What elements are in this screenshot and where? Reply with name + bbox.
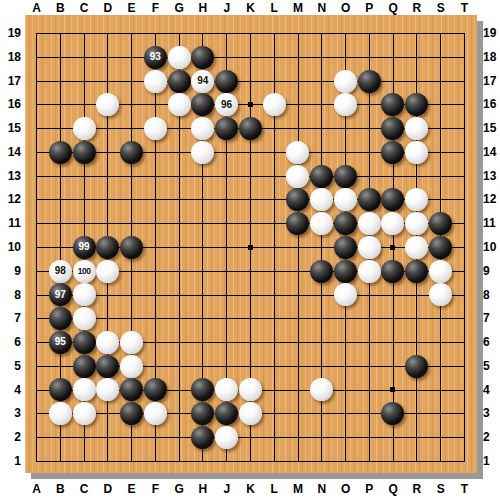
intersection-G4[interactable] <box>167 378 191 402</box>
intersection-J1[interactable] <box>215 449 239 473</box>
intersection-F12[interactable] <box>143 188 167 212</box>
intersection-S13[interactable] <box>429 164 453 188</box>
intersection-N11[interactable] <box>310 212 334 236</box>
intersection-H6[interactable] <box>191 331 215 355</box>
intersection-K2[interactable] <box>239 426 263 450</box>
intersection-Q10[interactable] <box>381 236 405 260</box>
intersection-O11[interactable] <box>334 212 358 236</box>
intersection-D8[interactable] <box>96 283 120 307</box>
intersection-C6[interactable] <box>72 331 96 355</box>
intersection-R5[interactable] <box>405 354 429 378</box>
intersection-Q18[interactable] <box>381 45 405 69</box>
intersection-P4[interactable] <box>357 378 381 402</box>
intersection-P3[interactable] <box>357 402 381 426</box>
intersection-D1[interactable] <box>96 449 120 473</box>
intersection-H1[interactable] <box>191 449 215 473</box>
intersection-D13[interactable] <box>96 164 120 188</box>
intersection-A3[interactable] <box>25 402 49 426</box>
intersection-T5[interactable] <box>452 354 476 378</box>
intersection-O1[interactable] <box>334 449 358 473</box>
intersection-A19[interactable] <box>25 22 49 46</box>
intersection-F1[interactable] <box>143 449 167 473</box>
intersection-E8[interactable] <box>120 283 144 307</box>
intersection-J7[interactable] <box>215 307 239 331</box>
intersection-J6[interactable] <box>215 331 239 355</box>
intersection-Q2[interactable] <box>381 426 405 450</box>
intersection-C14[interactable] <box>72 140 96 164</box>
intersection-N3[interactable] <box>310 402 334 426</box>
intersection-A15[interactable] <box>25 117 49 141</box>
intersection-C12[interactable] <box>72 188 96 212</box>
intersection-B13[interactable] <box>48 164 72 188</box>
intersection-L15[interactable] <box>262 117 286 141</box>
intersection-P17[interactable] <box>357 69 381 93</box>
intersection-L13[interactable] <box>262 164 286 188</box>
intersection-E16[interactable] <box>120 93 144 117</box>
intersection-R12[interactable] <box>405 188 429 212</box>
intersection-K5[interactable] <box>239 354 263 378</box>
intersection-M5[interactable] <box>286 354 310 378</box>
intersection-C3[interactable] <box>72 402 96 426</box>
intersection-Q13[interactable] <box>381 164 405 188</box>
intersection-Q7[interactable] <box>381 307 405 331</box>
intersection-C17[interactable] <box>72 69 96 93</box>
intersection-F19[interactable] <box>143 22 167 46</box>
intersection-S19[interactable] <box>429 22 453 46</box>
intersection-L3[interactable] <box>262 402 286 426</box>
intersection-O13[interactable] <box>334 164 358 188</box>
intersection-N12[interactable] <box>310 188 334 212</box>
intersection-M3[interactable] <box>286 402 310 426</box>
intersection-T1[interactable] <box>452 449 476 473</box>
intersection-E9[interactable] <box>120 259 144 283</box>
intersection-C11[interactable] <box>72 212 96 236</box>
intersection-P6[interactable] <box>357 331 381 355</box>
intersection-B3[interactable] <box>48 402 72 426</box>
intersection-E1[interactable] <box>120 449 144 473</box>
intersection-L9[interactable] <box>262 259 286 283</box>
intersection-S12[interactable] <box>429 188 453 212</box>
intersection-N5[interactable] <box>310 354 334 378</box>
intersection-H2[interactable] <box>191 426 215 450</box>
intersection-R14[interactable] <box>405 140 429 164</box>
intersection-S15[interactable] <box>429 117 453 141</box>
intersection-R8[interactable] <box>405 283 429 307</box>
intersection-L18[interactable] <box>262 45 286 69</box>
intersection-S8[interactable] <box>429 283 453 307</box>
intersection-Q3[interactable] <box>381 402 405 426</box>
intersection-J13[interactable] <box>215 164 239 188</box>
intersection-S10[interactable] <box>429 236 453 260</box>
intersection-H13[interactable] <box>191 164 215 188</box>
intersection-J5[interactable] <box>215 354 239 378</box>
intersection-K16[interactable] <box>239 93 263 117</box>
intersection-K19[interactable] <box>239 22 263 46</box>
intersection-T14[interactable] <box>452 140 476 164</box>
intersection-K10[interactable] <box>239 236 263 260</box>
intersection-T10[interactable] <box>452 236 476 260</box>
intersection-M9[interactable] <box>286 259 310 283</box>
intersection-C5[interactable] <box>72 354 96 378</box>
intersection-F7[interactable] <box>143 307 167 331</box>
intersection-J19[interactable] <box>215 22 239 46</box>
intersection-H15[interactable] <box>191 117 215 141</box>
intersection-T15[interactable] <box>452 117 476 141</box>
intersection-D6[interactable] <box>96 331 120 355</box>
intersection-K7[interactable] <box>239 307 263 331</box>
intersection-F11[interactable] <box>143 212 167 236</box>
intersection-O2[interactable] <box>334 426 358 450</box>
intersection-E15[interactable] <box>120 117 144 141</box>
intersection-J8[interactable] <box>215 283 239 307</box>
intersection-C15[interactable] <box>72 117 96 141</box>
intersection-L4[interactable] <box>262 378 286 402</box>
intersection-A14[interactable] <box>25 140 49 164</box>
intersection-R13[interactable] <box>405 164 429 188</box>
intersection-T2[interactable] <box>452 426 476 450</box>
intersection-N15[interactable] <box>310 117 334 141</box>
intersection-M15[interactable] <box>286 117 310 141</box>
intersection-E19[interactable] <box>120 22 144 46</box>
intersection-P13[interactable] <box>357 164 381 188</box>
intersection-S11[interactable] <box>429 212 453 236</box>
intersection-S3[interactable] <box>429 402 453 426</box>
intersection-B14[interactable] <box>48 140 72 164</box>
intersection-R16[interactable] <box>405 93 429 117</box>
intersection-M2[interactable] <box>286 426 310 450</box>
intersection-O12[interactable] <box>334 188 358 212</box>
intersection-Q15[interactable] <box>381 117 405 141</box>
intersection-Q5[interactable] <box>381 354 405 378</box>
intersection-B11[interactable] <box>48 212 72 236</box>
intersection-G11[interactable] <box>167 212 191 236</box>
intersection-B5[interactable] <box>48 354 72 378</box>
intersection-G3[interactable] <box>167 402 191 426</box>
intersection-K6[interactable] <box>239 331 263 355</box>
intersection-C2[interactable] <box>72 426 96 450</box>
intersection-E3[interactable] <box>120 402 144 426</box>
intersection-Q9[interactable] <box>381 259 405 283</box>
intersection-M12[interactable] <box>286 188 310 212</box>
intersection-F16[interactable] <box>143 93 167 117</box>
intersection-G9[interactable] <box>167 259 191 283</box>
intersection-B1[interactable] <box>48 449 72 473</box>
intersection-C18[interactable] <box>72 45 96 69</box>
intersection-B8[interactable]: 97 <box>48 283 72 307</box>
intersection-S9[interactable] <box>429 259 453 283</box>
intersection-N14[interactable] <box>310 140 334 164</box>
intersection-E11[interactable] <box>120 212 144 236</box>
intersection-M7[interactable] <box>286 307 310 331</box>
intersection-P12[interactable] <box>357 188 381 212</box>
intersection-P5[interactable] <box>357 354 381 378</box>
intersection-Q4[interactable] <box>381 378 405 402</box>
intersection-M1[interactable] <box>286 449 310 473</box>
intersection-J10[interactable] <box>215 236 239 260</box>
intersection-P9[interactable] <box>357 259 381 283</box>
intersection-K14[interactable] <box>239 140 263 164</box>
intersection-N6[interactable] <box>310 331 334 355</box>
intersection-F3[interactable] <box>143 402 167 426</box>
intersection-E5[interactable] <box>120 354 144 378</box>
intersection-J16[interactable]: 96 <box>215 93 239 117</box>
intersection-L12[interactable] <box>262 188 286 212</box>
intersection-M19[interactable] <box>286 22 310 46</box>
intersection-E10[interactable] <box>120 236 144 260</box>
intersection-O5[interactable] <box>334 354 358 378</box>
intersection-L17[interactable] <box>262 69 286 93</box>
intersection-G7[interactable] <box>167 307 191 331</box>
intersection-H4[interactable] <box>191 378 215 402</box>
intersection-B16[interactable] <box>48 93 72 117</box>
intersection-F6[interactable] <box>143 331 167 355</box>
intersection-R6[interactable] <box>405 331 429 355</box>
intersection-G6[interactable] <box>167 331 191 355</box>
intersection-D10[interactable] <box>96 236 120 260</box>
intersection-S14[interactable] <box>429 140 453 164</box>
intersection-C7[interactable] <box>72 307 96 331</box>
intersection-B12[interactable] <box>48 188 72 212</box>
intersection-T4[interactable] <box>452 378 476 402</box>
intersection-G13[interactable] <box>167 164 191 188</box>
intersection-K8[interactable] <box>239 283 263 307</box>
intersection-T19[interactable] <box>452 22 476 46</box>
intersection-F13[interactable] <box>143 164 167 188</box>
intersection-A4[interactable] <box>25 378 49 402</box>
intersection-A2[interactable] <box>25 426 49 450</box>
intersection-C8[interactable] <box>72 283 96 307</box>
intersection-P7[interactable] <box>357 307 381 331</box>
intersection-E12[interactable] <box>120 188 144 212</box>
intersection-A11[interactable] <box>25 212 49 236</box>
intersection-N13[interactable] <box>310 164 334 188</box>
intersection-O10[interactable] <box>334 236 358 260</box>
intersection-F10[interactable] <box>143 236 167 260</box>
intersection-K12[interactable] <box>239 188 263 212</box>
intersection-D14[interactable] <box>96 140 120 164</box>
intersection-R11[interactable] <box>405 212 429 236</box>
intersection-C16[interactable] <box>72 93 96 117</box>
intersection-C19[interactable] <box>72 22 96 46</box>
intersection-O6[interactable] <box>334 331 358 355</box>
intersection-O16[interactable] <box>334 93 358 117</box>
intersection-R10[interactable] <box>405 236 429 260</box>
intersection-M10[interactable] <box>286 236 310 260</box>
intersection-D9[interactable] <box>96 259 120 283</box>
intersection-A10[interactable] <box>25 236 49 260</box>
intersection-L19[interactable] <box>262 22 286 46</box>
intersection-N10[interactable] <box>310 236 334 260</box>
intersection-Q12[interactable] <box>381 188 405 212</box>
intersection-S16[interactable] <box>429 93 453 117</box>
intersection-S17[interactable] <box>429 69 453 93</box>
intersection-A5[interactable] <box>25 354 49 378</box>
intersection-T17[interactable] <box>452 69 476 93</box>
intersection-H18[interactable] <box>191 45 215 69</box>
intersection-J11[interactable] <box>215 212 239 236</box>
intersection-L8[interactable] <box>262 283 286 307</box>
intersection-L10[interactable] <box>262 236 286 260</box>
intersection-G14[interactable] <box>167 140 191 164</box>
intersection-T7[interactable] <box>452 307 476 331</box>
intersection-T6[interactable] <box>452 331 476 355</box>
intersection-A8[interactable] <box>25 283 49 307</box>
intersection-P15[interactable] <box>357 117 381 141</box>
intersection-A18[interactable] <box>25 45 49 69</box>
intersection-J2[interactable] <box>215 426 239 450</box>
intersection-L5[interactable] <box>262 354 286 378</box>
intersection-Q8[interactable] <box>381 283 405 307</box>
intersection-F14[interactable] <box>143 140 167 164</box>
intersection-N7[interactable] <box>310 307 334 331</box>
intersection-N4[interactable] <box>310 378 334 402</box>
intersection-N8[interactable] <box>310 283 334 307</box>
intersection-Q14[interactable] <box>381 140 405 164</box>
intersection-M14[interactable] <box>286 140 310 164</box>
intersection-H7[interactable] <box>191 307 215 331</box>
intersection-J17[interactable] <box>215 69 239 93</box>
intersection-R4[interactable] <box>405 378 429 402</box>
intersection-A9[interactable] <box>25 259 49 283</box>
intersection-N9[interactable] <box>310 259 334 283</box>
intersection-R1[interactable] <box>405 449 429 473</box>
intersection-E2[interactable] <box>120 426 144 450</box>
intersection-H3[interactable] <box>191 402 215 426</box>
intersection-K9[interactable] <box>239 259 263 283</box>
intersection-K11[interactable] <box>239 212 263 236</box>
intersection-K1[interactable] <box>239 449 263 473</box>
intersection-L2[interactable] <box>262 426 286 450</box>
intersection-J4[interactable] <box>215 378 239 402</box>
intersection-P18[interactable] <box>357 45 381 69</box>
intersection-O17[interactable] <box>334 69 358 93</box>
intersection-F18[interactable]: 93 <box>143 45 167 69</box>
intersection-T3[interactable] <box>452 402 476 426</box>
intersection-D12[interactable] <box>96 188 120 212</box>
intersection-O4[interactable] <box>334 378 358 402</box>
intersection-M6[interactable] <box>286 331 310 355</box>
intersection-O8[interactable] <box>334 283 358 307</box>
intersection-B9[interactable]: 98 <box>48 259 72 283</box>
intersection-P2[interactable] <box>357 426 381 450</box>
intersection-O18[interactable] <box>334 45 358 69</box>
intersection-B6[interactable]: 95 <box>48 331 72 355</box>
intersection-S4[interactable] <box>429 378 453 402</box>
intersection-S18[interactable] <box>429 45 453 69</box>
intersection-S5[interactable] <box>429 354 453 378</box>
intersection-Q6[interactable] <box>381 331 405 355</box>
intersection-G12[interactable] <box>167 188 191 212</box>
intersection-B2[interactable] <box>48 426 72 450</box>
intersection-L16[interactable] <box>262 93 286 117</box>
intersection-M13[interactable] <box>286 164 310 188</box>
intersection-R9[interactable] <box>405 259 429 283</box>
intersection-D19[interactable] <box>96 22 120 46</box>
intersection-J9[interactable] <box>215 259 239 283</box>
intersection-K4[interactable] <box>239 378 263 402</box>
intersection-T16[interactable] <box>452 93 476 117</box>
intersection-K3[interactable] <box>239 402 263 426</box>
intersection-G10[interactable] <box>167 236 191 260</box>
intersection-E18[interactable] <box>120 45 144 69</box>
intersection-L7[interactable] <box>262 307 286 331</box>
intersection-M8[interactable] <box>286 283 310 307</box>
intersection-H8[interactable] <box>191 283 215 307</box>
intersection-O7[interactable] <box>334 307 358 331</box>
intersection-O3[interactable] <box>334 402 358 426</box>
intersection-G1[interactable] <box>167 449 191 473</box>
intersection-T12[interactable] <box>452 188 476 212</box>
intersection-B7[interactable] <box>48 307 72 331</box>
intersection-D17[interactable] <box>96 69 120 93</box>
intersection-D11[interactable] <box>96 212 120 236</box>
intersection-L1[interactable] <box>262 449 286 473</box>
intersection-M16[interactable] <box>286 93 310 117</box>
intersection-O14[interactable] <box>334 140 358 164</box>
intersection-F9[interactable] <box>143 259 167 283</box>
intersection-P10[interactable] <box>357 236 381 260</box>
intersection-R18[interactable] <box>405 45 429 69</box>
intersection-K15[interactable] <box>239 117 263 141</box>
intersection-C1[interactable] <box>72 449 96 473</box>
intersection-J3[interactable] <box>215 402 239 426</box>
intersection-L11[interactable] <box>262 212 286 236</box>
intersection-D16[interactable] <box>96 93 120 117</box>
intersection-H12[interactable] <box>191 188 215 212</box>
intersection-Q17[interactable] <box>381 69 405 93</box>
intersection-D7[interactable] <box>96 307 120 331</box>
intersection-N17[interactable] <box>310 69 334 93</box>
intersection-T11[interactable] <box>452 212 476 236</box>
intersection-B18[interactable] <box>48 45 72 69</box>
intersection-J14[interactable] <box>215 140 239 164</box>
intersection-C13[interactable] <box>72 164 96 188</box>
intersection-L14[interactable] <box>262 140 286 164</box>
intersection-B10[interactable] <box>48 236 72 260</box>
intersection-H17[interactable]: 94 <box>191 69 215 93</box>
intersection-T9[interactable] <box>452 259 476 283</box>
intersection-D5[interactable] <box>96 354 120 378</box>
intersection-E6[interactable] <box>120 331 144 355</box>
intersection-T8[interactable] <box>452 283 476 307</box>
intersection-A7[interactable] <box>25 307 49 331</box>
intersection-E13[interactable] <box>120 164 144 188</box>
intersection-K17[interactable] <box>239 69 263 93</box>
intersection-C10[interactable]: 99 <box>72 236 96 260</box>
intersection-E4[interactable] <box>120 378 144 402</box>
intersection-L6[interactable] <box>262 331 286 355</box>
intersection-K13[interactable] <box>239 164 263 188</box>
intersection-Q11[interactable] <box>381 212 405 236</box>
intersection-Q16[interactable] <box>381 93 405 117</box>
intersection-H14[interactable] <box>191 140 215 164</box>
intersection-D2[interactable] <box>96 426 120 450</box>
intersection-D4[interactable] <box>96 378 120 402</box>
intersection-N2[interactable] <box>310 426 334 450</box>
intersection-H11[interactable] <box>191 212 215 236</box>
intersection-R2[interactable] <box>405 426 429 450</box>
intersection-D18[interactable] <box>96 45 120 69</box>
intersection-N18[interactable] <box>310 45 334 69</box>
intersection-N19[interactable] <box>310 22 334 46</box>
intersection-R15[interactable] <box>405 117 429 141</box>
intersection-G16[interactable] <box>167 93 191 117</box>
intersection-Q19[interactable] <box>381 22 405 46</box>
intersection-F2[interactable] <box>143 426 167 450</box>
intersection-B17[interactable] <box>48 69 72 93</box>
intersection-S2[interactable] <box>429 426 453 450</box>
intersection-O15[interactable] <box>334 117 358 141</box>
